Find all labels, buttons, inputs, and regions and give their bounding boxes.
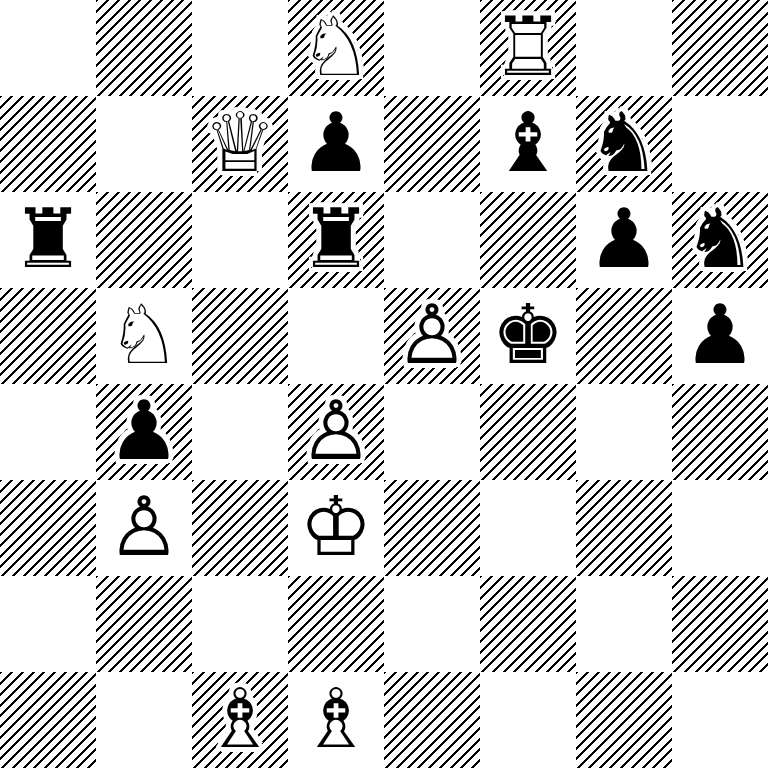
piece-black-pawn: ♟♟ xyxy=(96,384,192,480)
piece-black-pawn: ♟♟ xyxy=(576,192,672,288)
square-e3[interactable] xyxy=(384,480,480,576)
square-h3[interactable] xyxy=(672,480,768,576)
black-pawn-icon: ♟ xyxy=(576,192,672,288)
square-d7[interactable]: ♟♟ xyxy=(288,96,384,192)
square-e7[interactable] xyxy=(384,96,480,192)
square-a5[interactable] xyxy=(0,288,96,384)
square-f6[interactable] xyxy=(480,192,576,288)
square-e4[interactable] xyxy=(384,384,480,480)
square-d5[interactable] xyxy=(288,288,384,384)
square-g8[interactable] xyxy=(576,0,672,96)
square-e5[interactable]: ♟♙ xyxy=(384,288,480,384)
square-d1[interactable]: ♝♗ xyxy=(288,672,384,768)
square-h8[interactable] xyxy=(672,0,768,96)
piece-white-knight: ♞♘ xyxy=(96,288,192,384)
square-g5[interactable] xyxy=(576,288,672,384)
square-h4[interactable] xyxy=(672,384,768,480)
square-f1[interactable] xyxy=(480,672,576,768)
square-e6[interactable] xyxy=(384,192,480,288)
black-bishop-icon: ♝ xyxy=(480,96,576,192)
piece-black-pawn: ♟♟ xyxy=(288,96,384,192)
square-e2[interactable] xyxy=(384,576,480,672)
white-bishop-icon: ♗ xyxy=(192,672,288,768)
square-b7[interactable] xyxy=(96,96,192,192)
square-c1[interactable]: ♝♗ xyxy=(192,672,288,768)
piece-black-pawn: ♟♟ xyxy=(672,288,768,384)
square-c7[interactable]: ♛♕ xyxy=(192,96,288,192)
square-f3[interactable] xyxy=(480,480,576,576)
square-f2[interactable] xyxy=(480,576,576,672)
black-rook-icon: ♜ xyxy=(288,192,384,288)
square-d8[interactable]: ♞♘ xyxy=(288,0,384,96)
square-b5[interactable]: ♞♘ xyxy=(96,288,192,384)
square-g6[interactable]: ♟♟ xyxy=(576,192,672,288)
piece-black-king: ♚♚ xyxy=(480,288,576,384)
white-queen-icon: ♕ xyxy=(192,96,288,192)
square-c4[interactable] xyxy=(192,384,288,480)
square-a4[interactable] xyxy=(0,384,96,480)
white-rook-icon: ♖ xyxy=(480,0,576,96)
square-c3[interactable] xyxy=(192,480,288,576)
square-c5[interactable] xyxy=(192,288,288,384)
black-rook-icon: ♜ xyxy=(0,192,96,288)
square-e8[interactable] xyxy=(384,0,480,96)
square-h6[interactable]: ♞♞ xyxy=(672,192,768,288)
piece-white-rook: ♜♖ xyxy=(480,0,576,96)
square-f4[interactable] xyxy=(480,384,576,480)
square-b4[interactable]: ♟♟ xyxy=(96,384,192,480)
black-pawn-icon: ♟ xyxy=(96,384,192,480)
square-g7[interactable]: ♞♞ xyxy=(576,96,672,192)
piece-white-queen: ♛♕ xyxy=(192,96,288,192)
square-g1[interactable] xyxy=(576,672,672,768)
piece-white-king: ♚♔ xyxy=(288,480,384,576)
square-f7[interactable]: ♝♝ xyxy=(480,96,576,192)
square-h7[interactable] xyxy=(672,96,768,192)
square-h2[interactable] xyxy=(672,576,768,672)
black-pawn-icon: ♟ xyxy=(288,96,384,192)
square-c6[interactable] xyxy=(192,192,288,288)
square-a1[interactable] xyxy=(0,672,96,768)
piece-black-knight: ♞♞ xyxy=(672,192,768,288)
white-pawn-icon: ♙ xyxy=(96,480,192,576)
square-a7[interactable] xyxy=(0,96,96,192)
black-king-icon: ♚ xyxy=(480,288,576,384)
square-f5[interactable]: ♚♚ xyxy=(480,288,576,384)
piece-white-pawn: ♟♙ xyxy=(96,480,192,576)
square-b6[interactable] xyxy=(96,192,192,288)
square-a6[interactable]: ♜♜ xyxy=(0,192,96,288)
white-knight-icon: ♘ xyxy=(288,0,384,96)
square-c2[interactable] xyxy=(192,576,288,672)
square-f8[interactable]: ♜♖ xyxy=(480,0,576,96)
piece-black-bishop: ♝♝ xyxy=(480,96,576,192)
white-king-icon: ♔ xyxy=(288,480,384,576)
square-d6[interactable]: ♜♜ xyxy=(288,192,384,288)
square-h1[interactable] xyxy=(672,672,768,768)
piece-white-bishop: ♝♗ xyxy=(288,672,384,768)
black-knight-icon: ♞ xyxy=(672,192,768,288)
piece-white-pawn: ♟♙ xyxy=(288,384,384,480)
piece-white-pawn: ♟♙ xyxy=(384,288,480,384)
square-g3[interactable] xyxy=(576,480,672,576)
piece-white-knight: ♞♘ xyxy=(288,0,384,96)
square-c8[interactable] xyxy=(192,0,288,96)
square-h5[interactable]: ♟♟ xyxy=(672,288,768,384)
white-knight-icon: ♘ xyxy=(96,288,192,384)
white-bishop-icon: ♗ xyxy=(288,672,384,768)
white-pawn-icon: ♙ xyxy=(384,288,480,384)
square-b3[interactable]: ♟♙ xyxy=(96,480,192,576)
square-b2[interactable] xyxy=(96,576,192,672)
square-g2[interactable] xyxy=(576,576,672,672)
square-d3[interactable]: ♚♔ xyxy=(288,480,384,576)
black-pawn-icon: ♟ xyxy=(672,288,768,384)
white-pawn-icon: ♙ xyxy=(288,384,384,480)
chess-board: ♞♘♜♖♛♕♟♟♝♝♞♞♜♜♜♜♟♟♞♞♞♘♟♙♚♚♟♟♟♟♟♙♟♙♚♔♝♗♝♗ xyxy=(0,0,768,768)
square-d2[interactable] xyxy=(288,576,384,672)
piece-black-rook: ♜♜ xyxy=(0,192,96,288)
square-b8[interactable] xyxy=(96,0,192,96)
square-d4[interactable]: ♟♙ xyxy=(288,384,384,480)
piece-black-rook: ♜♜ xyxy=(288,192,384,288)
square-b1[interactable] xyxy=(96,672,192,768)
black-knight-icon: ♞ xyxy=(576,96,672,192)
square-a2[interactable] xyxy=(0,576,96,672)
square-a3[interactable] xyxy=(0,480,96,576)
square-a8[interactable] xyxy=(0,0,96,96)
piece-black-knight: ♞♞ xyxy=(576,96,672,192)
square-g4[interactable] xyxy=(576,384,672,480)
piece-white-bishop: ♝♗ xyxy=(192,672,288,768)
square-e1[interactable] xyxy=(384,672,480,768)
